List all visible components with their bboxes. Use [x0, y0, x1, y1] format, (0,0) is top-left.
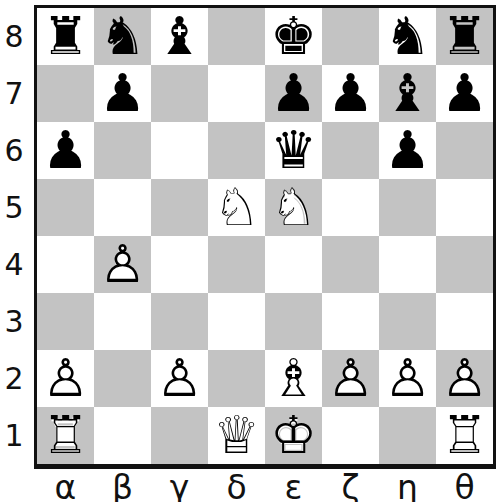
black-rook-piece[interactable]: ♜ [441, 8, 488, 65]
square-ε3[interactable] [265, 293, 322, 350]
square-η5[interactable] [379, 179, 436, 236]
white-piece-outline: ♙ [441, 348, 488, 408]
square-β4[interactable]: ♟♙ [94, 236, 151, 293]
file-label-γ: γ [151, 469, 208, 502]
square-η7[interactable]: ♝ [379, 65, 436, 122]
square-β3[interactable] [94, 293, 151, 350]
white-piece-outline: ♘ [270, 177, 317, 237]
square-ζ7[interactable]: ♟ [322, 65, 379, 122]
black-bishop-piece[interactable]: ♝ [384, 65, 431, 122]
square-β1[interactable] [94, 407, 151, 464]
square-ε8[interactable]: ♚ [265, 8, 322, 65]
black-pawn-piece[interactable]: ♟ [99, 65, 146, 122]
black-queen-piece[interactable]: ♛ [270, 122, 317, 179]
white-bishop-piece[interactable]: ♝♗ [270, 350, 317, 407]
square-δ8[interactable] [208, 8, 265, 65]
white-piece-outline: ♗ [270, 348, 317, 408]
square-ζ8[interactable] [322, 8, 379, 65]
white-king-piece[interactable]: ♚♔ [270, 407, 317, 464]
square-γ1[interactable] [151, 407, 208, 464]
black-pawn-piece[interactable]: ♟ [441, 65, 488, 122]
rank-label-1: 1 [0, 407, 34, 464]
square-β2[interactable] [94, 350, 151, 407]
square-θ4[interactable] [436, 236, 493, 293]
square-α3[interactable] [37, 293, 94, 350]
square-η2[interactable]: ♟♙ [379, 350, 436, 407]
square-ζ6[interactable] [322, 122, 379, 179]
square-θ7[interactable]: ♟ [436, 65, 493, 122]
white-queen-piece[interactable]: ♛♕ [213, 407, 260, 464]
chess-board: ♜♞♝♚♞♜♟♟♟♝♟♟♛♟♞♘♞♘♟♙♟♙♟♙♝♗♟♙♟♙♟♙♜♖♛♕♚♔♜♖ [34, 5, 496, 469]
square-ζ1[interactable] [322, 407, 379, 464]
file-label-θ: θ [436, 469, 493, 502]
black-pawn-piece[interactable]: ♟ [270, 65, 317, 122]
file-label-δ: δ [208, 469, 265, 502]
square-α4[interactable] [37, 236, 94, 293]
white-piece-outline: ♙ [42, 348, 89, 408]
square-ζ3[interactable] [322, 293, 379, 350]
square-γ6[interactable] [151, 122, 208, 179]
rank-label-2: 2 [0, 350, 34, 407]
chess-diagram: 87654321 ♜♞♝♚♞♜♟♟♟♝♟♟♛♟♞♘♞♘♟♙♟♙♟♙♝♗♟♙♟♙♟… [0, 0, 499, 502]
rank-label-8: 8 [0, 8, 34, 65]
square-α2[interactable]: ♟♙ [37, 350, 94, 407]
square-η4[interactable] [379, 236, 436, 293]
white-piece-outline: ♙ [384, 348, 431, 408]
square-δ4[interactable] [208, 236, 265, 293]
white-piece-outline: ♖ [441, 405, 488, 465]
rank-label-6: 6 [0, 122, 34, 179]
square-θ8[interactable]: ♜ [436, 8, 493, 65]
square-θ2[interactable]: ♟♙ [436, 350, 493, 407]
square-θ5[interactable] [436, 179, 493, 236]
white-pawn-piece[interactable]: ♟♙ [99, 236, 146, 293]
white-piece-outline: ♙ [156, 348, 203, 408]
black-bishop-piece[interactable]: ♝ [156, 8, 203, 65]
white-knight-piece[interactable]: ♞♘ [270, 179, 317, 236]
square-δ7[interactable] [208, 65, 265, 122]
white-piece-outline: ♔ [270, 405, 317, 465]
square-η6[interactable]: ♟ [379, 122, 436, 179]
white-piece-outline: ♕ [213, 405, 260, 465]
black-pawn-piece[interactable]: ♟ [42, 122, 89, 179]
file-label-ε: ε [265, 469, 322, 502]
square-θ6[interactable] [436, 122, 493, 179]
white-pawn-piece[interactable]: ♟♙ [327, 350, 374, 407]
square-α8[interactable]: ♜ [37, 8, 94, 65]
square-ε1[interactable]: ♚♔ [265, 407, 322, 464]
square-δ5[interactable]: ♞♘ [208, 179, 265, 236]
square-ζ5[interactable] [322, 179, 379, 236]
square-α5[interactable] [37, 179, 94, 236]
file-label-α: α [37, 469, 94, 502]
white-piece-outline: ♙ [99, 234, 146, 294]
square-α7[interactable] [37, 65, 94, 122]
white-pawn-piece[interactable]: ♟♙ [441, 350, 488, 407]
square-η3[interactable] [379, 293, 436, 350]
square-γ7[interactable] [151, 65, 208, 122]
square-γ4[interactable] [151, 236, 208, 293]
rank-labels: 87654321 [0, 5, 34, 464]
square-ε7[interactable]: ♟ [265, 65, 322, 122]
square-δ3[interactable] [208, 293, 265, 350]
file-label-ζ: ζ [322, 469, 379, 502]
white-rook-piece[interactable]: ♜♖ [42, 407, 89, 464]
square-ε5[interactable]: ♞♘ [265, 179, 322, 236]
square-α6[interactable]: ♟ [37, 122, 94, 179]
square-γ3[interactable] [151, 293, 208, 350]
black-knight-piece[interactable]: ♞ [99, 8, 146, 65]
square-δ1[interactable]: ♛♕ [208, 407, 265, 464]
square-α1[interactable]: ♜♖ [37, 407, 94, 464]
black-pawn-piece[interactable]: ♟ [384, 122, 431, 179]
white-pawn-piece[interactable]: ♟♙ [384, 350, 431, 407]
white-piece-outline: ♙ [327, 348, 374, 408]
file-labels: αβγδεζηθ [37, 469, 499, 502]
black-king-piece[interactable]: ♚ [270, 8, 317, 65]
black-pawn-piece[interactable]: ♟ [327, 65, 374, 122]
black-knight-piece[interactable]: ♞ [384, 8, 431, 65]
square-γ5[interactable] [151, 179, 208, 236]
square-β7[interactable]: ♟ [94, 65, 151, 122]
square-θ3[interactable] [436, 293, 493, 350]
white-pawn-piece[interactable]: ♟♙ [156, 350, 203, 407]
white-piece-outline: ♘ [213, 177, 260, 237]
square-ε6[interactable]: ♛ [265, 122, 322, 179]
file-label-β: β [94, 469, 151, 502]
square-θ1[interactable]: ♜♖ [436, 407, 493, 464]
black-rook-piece[interactable]: ♜ [42, 8, 89, 65]
square-γ2[interactable]: ♟♙ [151, 350, 208, 407]
square-β5[interactable] [94, 179, 151, 236]
rank-label-3: 3 [0, 293, 34, 350]
white-pawn-piece[interactable]: ♟♙ [42, 350, 89, 407]
square-ε2[interactable]: ♝♗ [265, 350, 322, 407]
white-knight-piece[interactable]: ♞♘ [213, 179, 260, 236]
white-rook-piece[interactable]: ♜♖ [441, 407, 488, 464]
square-δ2[interactable] [208, 350, 265, 407]
square-ε4[interactable] [265, 236, 322, 293]
rank-label-7: 7 [0, 65, 34, 122]
square-ζ2[interactable]: ♟♙ [322, 350, 379, 407]
rank-label-4: 4 [0, 236, 34, 293]
square-γ8[interactable]: ♝ [151, 8, 208, 65]
square-δ6[interactable] [208, 122, 265, 179]
square-β8[interactable]: ♞ [94, 8, 151, 65]
square-ζ4[interactable] [322, 236, 379, 293]
file-label-η: η [379, 469, 436, 502]
square-β6[interactable] [94, 122, 151, 179]
white-piece-outline: ♖ [42, 405, 89, 465]
square-η8[interactable]: ♞ [379, 8, 436, 65]
rank-label-5: 5 [0, 179, 34, 236]
square-η1[interactable] [379, 407, 436, 464]
